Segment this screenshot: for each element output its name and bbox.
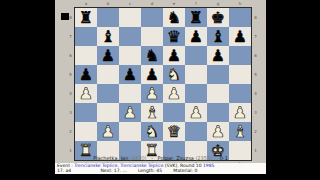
rank-label-7: 7 bbox=[68, 27, 73, 46]
chess-board: ♜♞♜♚♝♛♟♝♟♟♞♟♟♟♟♟♞♟♟♟♟♝♟♟♟♞♛♟♝♜♜♚ bbox=[74, 7, 252, 161]
square-b5 bbox=[97, 65, 119, 84]
white-queen: ♛ bbox=[167, 122, 181, 141]
square-c4 bbox=[119, 84, 141, 103]
rank-labels-left: 87654321 bbox=[68, 8, 73, 160]
square-g3 bbox=[207, 103, 229, 122]
event-year: 1985 bbox=[203, 163, 214, 168]
rank-label-6: 6 bbox=[253, 46, 258, 65]
square-f5 bbox=[185, 65, 207, 84]
square-e7: ♛ bbox=[163, 27, 185, 46]
material-balance: Material: 0 bbox=[173, 168, 197, 173]
square-f7: ♟ bbox=[185, 27, 207, 46]
square-e2: ♛ bbox=[163, 122, 185, 141]
white-pawn: ♟ bbox=[189, 103, 203, 122]
square-c2 bbox=[119, 122, 141, 141]
black-knight: ♞ bbox=[167, 8, 181, 27]
next-move: Next: 17. ... bbox=[100, 168, 136, 173]
square-a5: ♟ bbox=[75, 65, 97, 84]
square-g5 bbox=[207, 65, 229, 84]
square-c6 bbox=[119, 46, 141, 65]
square-b4 bbox=[97, 84, 119, 103]
square-e3 bbox=[163, 103, 185, 122]
black-pawn: ♟ bbox=[211, 46, 225, 65]
players-separator: - bbox=[151, 155, 153, 161]
black-pawn: ♟ bbox=[79, 65, 93, 84]
last-move: 17. a4 bbox=[57, 168, 99, 173]
rank-label-8: 8 bbox=[253, 8, 258, 27]
square-b2: ♟ bbox=[97, 122, 119, 141]
square-d3: ♝ bbox=[141, 103, 163, 122]
square-e4: ♟ bbox=[163, 84, 185, 103]
square-g6: ♟ bbox=[207, 46, 229, 65]
square-c8 bbox=[119, 8, 141, 27]
white-player-rating: (2430) bbox=[130, 155, 147, 161]
white-player-name: Plachetka, Jan bbox=[93, 155, 128, 161]
black-player-rating: (2355) bbox=[195, 155, 212, 161]
black-rook: ♜ bbox=[189, 8, 203, 27]
square-f4 bbox=[185, 84, 207, 103]
rank-labels-right: 87654321 bbox=[253, 8, 258, 160]
square-d6: ♞ bbox=[141, 46, 163, 65]
square-d8 bbox=[141, 8, 163, 27]
square-b6: ♟ bbox=[97, 46, 119, 65]
square-g4 bbox=[207, 84, 229, 103]
black-bishop: ♝ bbox=[101, 27, 115, 46]
content-panel: abcdefgh abcdefgh 87654321 87654321 ♜♞♜♚… bbox=[55, 0, 266, 174]
black-pawn: ♟ bbox=[189, 27, 203, 46]
black-knight: ♞ bbox=[145, 46, 159, 65]
square-a6 bbox=[75, 46, 97, 65]
square-g8: ♚ bbox=[207, 8, 229, 27]
square-f3: ♟ bbox=[185, 103, 207, 122]
rank-label-6: 6 bbox=[68, 46, 73, 65]
square-a8: ♜ bbox=[75, 8, 97, 27]
white-pawn: ♟ bbox=[123, 103, 137, 122]
square-e5: ♞ bbox=[163, 65, 185, 84]
square-h7: ♟ bbox=[229, 27, 251, 46]
status-line: 17. a4 Next: 17. ... Length: 45 Material… bbox=[55, 168, 266, 173]
black-queen: ♛ bbox=[167, 27, 181, 46]
game-length: Length: 45 bbox=[138, 168, 172, 173]
square-h4 bbox=[229, 84, 251, 103]
rank-label-4: 4 bbox=[68, 84, 73, 103]
square-h8 bbox=[229, 8, 251, 27]
square-d4: ♟ bbox=[141, 84, 163, 103]
square-b8 bbox=[97, 8, 119, 27]
square-f6 bbox=[185, 46, 207, 65]
rank-label-2: 2 bbox=[68, 122, 73, 141]
white-pawn: ♟ bbox=[211, 122, 225, 141]
game-result: 0-1 bbox=[220, 155, 228, 161]
square-h6 bbox=[229, 46, 251, 65]
square-e6: ♟ bbox=[163, 46, 185, 65]
black-pawn: ♟ bbox=[123, 65, 137, 84]
square-h5 bbox=[229, 65, 251, 84]
square-d2: ♞ bbox=[141, 122, 163, 141]
square-f2 bbox=[185, 122, 207, 141]
square-a3 bbox=[75, 103, 97, 122]
white-pawn: ♟ bbox=[167, 84, 181, 103]
square-h2: ♝ bbox=[229, 122, 251, 141]
square-e8: ♞ bbox=[163, 8, 185, 27]
white-bishop: ♝ bbox=[233, 122, 247, 141]
rank-label-2: 2 bbox=[253, 122, 258, 141]
rank-label-5: 5 bbox=[68, 65, 73, 84]
square-g2: ♟ bbox=[207, 122, 229, 141]
black-pawn: ♟ bbox=[233, 27, 247, 46]
rank-label-3: 3 bbox=[253, 103, 258, 122]
rank-label-8: 8 bbox=[68, 8, 73, 27]
black-rook: ♜ bbox=[79, 8, 93, 27]
white-pawn: ♟ bbox=[233, 103, 247, 122]
white-pawn: ♟ bbox=[79, 84, 93, 103]
square-d5: ♟ bbox=[141, 65, 163, 84]
caption-strip: Event : Trencianske Teplice, Trencianske… bbox=[55, 163, 266, 174]
square-g7: ♝ bbox=[207, 27, 229, 46]
rank-label-5: 5 bbox=[253, 65, 258, 84]
square-c7 bbox=[119, 27, 141, 46]
square-a4: ♟ bbox=[75, 84, 97, 103]
rank-label-4: 4 bbox=[253, 84, 258, 103]
black-bishop: ♝ bbox=[211, 27, 225, 46]
square-c3: ♟ bbox=[119, 103, 141, 122]
black-pawn: ♟ bbox=[101, 46, 115, 65]
square-c5: ♟ bbox=[119, 65, 141, 84]
white-bishop: ♝ bbox=[145, 103, 159, 122]
black-pawn: ♟ bbox=[145, 65, 159, 84]
rank-label-3: 3 bbox=[68, 103, 73, 122]
square-b3 bbox=[97, 103, 119, 122]
square-a2 bbox=[75, 122, 97, 141]
square-b7: ♝ bbox=[97, 27, 119, 46]
square-a7 bbox=[75, 27, 97, 46]
white-pawn: ♟ bbox=[101, 122, 115, 141]
rank-label-7: 7 bbox=[253, 27, 258, 46]
white-pawn: ♟ bbox=[145, 84, 159, 103]
white-knight: ♞ bbox=[167, 65, 181, 84]
black-player-name: Polgar, Zsuzsa bbox=[158, 155, 194, 161]
players-caption: Plachetka, Jan (2430) - Polgar, Zsuzsa (… bbox=[55, 155, 266, 162]
square-f8: ♜ bbox=[185, 8, 207, 27]
black-king: ♚ bbox=[211, 8, 225, 27]
square-d7 bbox=[141, 27, 163, 46]
video-frame: abcdefgh abcdefgh 87654321 87654321 ♜♞♜♚… bbox=[0, 0, 320, 180]
white-knight: ♞ bbox=[145, 122, 159, 141]
black-pawn: ♟ bbox=[167, 46, 181, 65]
square-h3: ♟ bbox=[229, 103, 251, 122]
